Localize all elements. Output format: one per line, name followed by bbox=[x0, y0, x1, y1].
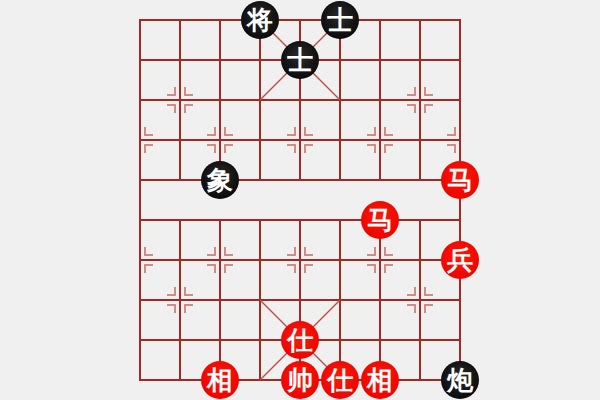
grid-line-vertical bbox=[379, 19, 381, 181]
point-marker bbox=[167, 104, 176, 113]
point-marker bbox=[447, 127, 456, 136]
red-soldier[interactable]: 兵 bbox=[441, 241, 479, 279]
black-cannon[interactable]: 炮 bbox=[441, 361, 479, 399]
red-horse[interactable]: 马 bbox=[441, 161, 479, 199]
red-elephant[interactable]: 相 bbox=[361, 361, 399, 399]
black-advisor[interactable]: 士 bbox=[321, 1, 359, 39]
point-marker bbox=[224, 264, 233, 273]
point-marker bbox=[304, 247, 313, 256]
point-marker bbox=[207, 127, 216, 136]
point-marker bbox=[167, 87, 176, 96]
point-marker bbox=[287, 247, 296, 256]
grid-line-vertical bbox=[179, 219, 181, 381]
point-marker bbox=[367, 144, 376, 153]
point-marker bbox=[384, 127, 393, 136]
grid-line-vertical bbox=[379, 219, 381, 381]
point-marker bbox=[304, 264, 313, 273]
point-marker bbox=[424, 87, 433, 96]
red-horse[interactable]: 马 bbox=[361, 201, 399, 239]
black-advisor[interactable]: 士 bbox=[281, 41, 319, 79]
grid-line-vertical bbox=[259, 19, 261, 181]
piece-glyph: 士 bbox=[327, 7, 353, 33]
grid-line-vertical bbox=[419, 19, 421, 181]
piece-glyph: 兵 bbox=[447, 247, 473, 273]
red-elephant[interactable]: 相 bbox=[201, 361, 239, 399]
piece-glyph: 相 bbox=[207, 367, 233, 393]
point-marker bbox=[184, 287, 193, 296]
piece-glyph: 象 bbox=[207, 167, 233, 193]
point-marker bbox=[207, 144, 216, 153]
point-marker bbox=[224, 127, 233, 136]
point-marker bbox=[287, 264, 296, 273]
piece-glyph: 仕 bbox=[287, 327, 313, 353]
point-marker bbox=[367, 247, 376, 256]
point-marker bbox=[367, 264, 376, 273]
point-marker bbox=[144, 127, 153, 136]
point-marker bbox=[384, 247, 393, 256]
point-marker bbox=[167, 304, 176, 313]
point-marker bbox=[207, 264, 216, 273]
point-marker bbox=[184, 104, 193, 113]
grid-line-vertical bbox=[259, 219, 261, 381]
point-marker bbox=[287, 144, 296, 153]
piece-glyph: 相 bbox=[367, 367, 393, 393]
point-marker bbox=[207, 247, 216, 256]
point-marker bbox=[407, 287, 416, 296]
point-marker bbox=[184, 87, 193, 96]
grid-line-vertical bbox=[459, 19, 461, 381]
piece-glyph: 炮 bbox=[447, 367, 473, 393]
piece-glyph: 马 bbox=[367, 207, 393, 233]
grid-line-vertical bbox=[139, 19, 141, 381]
xiangqi-board: 将士士象马马兵仕相帅仕相炮 bbox=[0, 0, 600, 400]
point-marker bbox=[287, 127, 296, 136]
point-marker bbox=[424, 104, 433, 113]
black-general[interactable]: 将 bbox=[241, 1, 279, 39]
grid-line-vertical bbox=[339, 219, 341, 381]
point-marker bbox=[304, 127, 313, 136]
grid-line-vertical bbox=[179, 19, 181, 181]
piece-glyph: 仕 bbox=[327, 367, 353, 393]
point-marker bbox=[384, 264, 393, 273]
grid-line-vertical bbox=[339, 19, 341, 181]
point-marker bbox=[144, 264, 153, 273]
grid-line-vertical bbox=[419, 219, 421, 381]
red-advisor[interactable]: 仕 bbox=[281, 321, 319, 359]
point-marker bbox=[407, 304, 416, 313]
point-marker bbox=[304, 144, 313, 153]
red-advisor[interactable]: 仕 bbox=[321, 361, 359, 399]
point-marker bbox=[224, 247, 233, 256]
point-marker bbox=[407, 104, 416, 113]
point-marker bbox=[184, 304, 193, 313]
piece-glyph: 马 bbox=[447, 167, 473, 193]
point-marker bbox=[144, 144, 153, 153]
point-marker bbox=[167, 287, 176, 296]
point-marker bbox=[384, 144, 393, 153]
point-marker bbox=[367, 127, 376, 136]
black-elephant[interactable]: 象 bbox=[201, 161, 239, 199]
point-marker bbox=[224, 144, 233, 153]
piece-glyph: 将 bbox=[247, 7, 273, 33]
red-general[interactable]: 帅 bbox=[281, 361, 319, 399]
grid-line-vertical bbox=[219, 219, 221, 381]
piece-glyph: 士 bbox=[287, 47, 313, 73]
point-marker bbox=[407, 87, 416, 96]
point-marker bbox=[144, 247, 153, 256]
piece-glyph: 帅 bbox=[287, 367, 313, 393]
point-marker bbox=[424, 287, 433, 296]
point-marker bbox=[424, 304, 433, 313]
grid-line-vertical bbox=[219, 19, 221, 181]
point-marker bbox=[447, 144, 456, 153]
